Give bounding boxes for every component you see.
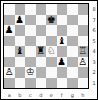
square-c2[interactable]: ♔: [25, 67, 36, 78]
file-label-b: b: [15, 91, 26, 99]
square-h2[interactable]: [78, 67, 89, 78]
file-label-a: a: [4, 91, 15, 99]
square-c7[interactable]: [25, 15, 36, 26]
square-g2[interactable]: [67, 67, 78, 78]
square-d3[interactable]: [36, 57, 47, 68]
rank-label-4: 4: [91, 46, 97, 57]
square-e6[interactable]: [46, 25, 57, 36]
square-b8[interactable]: [15, 4, 26, 15]
square-h8[interactable]: [78, 4, 89, 15]
rank-label-3: 3: [91, 57, 97, 68]
square-a5[interactable]: [4, 36, 15, 47]
file-label-h: h: [78, 91, 89, 99]
black-bishop[interactable]: ♝: [57, 36, 66, 46]
square-c8[interactable]: [25, 4, 36, 15]
square-e2[interactable]: [46, 67, 57, 78]
square-a1[interactable]: [4, 78, 15, 89]
square-c6[interactable]: [25, 25, 36, 36]
square-g5[interactable]: [67, 36, 78, 47]
black-pawn[interactable]: ♟: [57, 57, 66, 67]
square-d1[interactable]: [36, 78, 47, 89]
square-g7[interactable]: [67, 15, 78, 26]
square-f2[interactable]: [57, 67, 68, 78]
square-a3[interactable]: [4, 57, 15, 68]
square-f7[interactable]: [57, 15, 68, 26]
black-bishop[interactable]: ♝: [15, 46, 24, 56]
square-f6[interactable]: [57, 25, 68, 36]
square-h6[interactable]: [78, 25, 89, 36]
square-b4[interactable]: ♝: [15, 46, 26, 57]
square-e1[interactable]: [46, 78, 57, 89]
rank-label-6: 6: [91, 25, 97, 36]
square-a6[interactable]: ♟: [4, 25, 15, 36]
rank-label-8: 8: [91, 4, 97, 15]
square-d6[interactable]: [36, 25, 47, 36]
black-rook[interactable]: ♜: [36, 46, 45, 56]
square-h5[interactable]: [78, 36, 89, 47]
square-a2[interactable]: ♙: [4, 67, 15, 78]
file-labels: abcdefgh: [4, 91, 88, 99]
square-h3[interactable]: ♙: [78, 57, 89, 68]
square-d4[interactable]: ♜: [36, 46, 47, 57]
square-c5[interactable]: [25, 36, 36, 47]
white-knight[interactable]: ♘: [47, 46, 56, 56]
square-b6[interactable]: [15, 25, 26, 36]
square-f8[interactable]: [57, 4, 68, 15]
square-d7[interactable]: [36, 15, 47, 26]
square-e3[interactable]: [46, 57, 57, 68]
file-label-d: d: [36, 91, 47, 99]
black-king[interactable]: ♚: [47, 15, 56, 25]
square-g8[interactable]: [67, 4, 78, 15]
square-h7[interactable]: [78, 15, 89, 26]
square-d2[interactable]: [36, 67, 47, 78]
square-a8[interactable]: [4, 4, 15, 15]
rank-label-5: 5: [91, 36, 97, 47]
square-d8[interactable]: [36, 4, 47, 15]
white-king[interactable]: ♔: [26, 67, 35, 77]
white-pawn[interactable]: ♙: [78, 57, 87, 67]
black-pawn[interactable]: ♟: [15, 15, 24, 25]
square-b5[interactable]: [15, 36, 26, 47]
square-d5[interactable]: [36, 36, 47, 47]
square-f1[interactable]: [57, 78, 68, 89]
rank-labels: 87654321: [91, 4, 97, 88]
square-b3[interactable]: [15, 57, 26, 68]
square-f3[interactable]: ♟: [57, 57, 68, 68]
square-a7[interactable]: [4, 15, 15, 26]
file-label-g: g: [67, 91, 78, 99]
square-b2[interactable]: [15, 67, 26, 78]
square-g4[interactable]: [67, 46, 78, 57]
chess-diagram: ♟♚♟♝♝♜♘♖♟♙♙♔ 87654321 abcdefgh: [0, 0, 98, 100]
square-g6[interactable]: [67, 25, 78, 36]
square-f5[interactable]: ♝: [57, 36, 68, 47]
square-f4[interactable]: [57, 46, 68, 57]
white-pawn[interactable]: ♙: [5, 67, 14, 77]
square-a4[interactable]: [4, 46, 15, 57]
square-e8[interactable]: [46, 4, 57, 15]
square-b7[interactable]: ♟: [15, 15, 26, 26]
square-e5[interactable]: [46, 36, 57, 47]
square-h4[interactable]: ♖: [78, 46, 89, 57]
square-g3[interactable]: [67, 57, 78, 68]
square-c3[interactable]: [25, 57, 36, 68]
square-e7[interactable]: ♚: [46, 15, 57, 26]
rank-label-1: 1: [91, 78, 97, 89]
white-rook[interactable]: ♖: [78, 46, 87, 56]
file-label-e: e: [46, 91, 57, 99]
square-b1[interactable]: [15, 78, 26, 89]
rank-label-7: 7: [91, 15, 97, 26]
square-e4[interactable]: ♘: [46, 46, 57, 57]
chess-board: ♟♚♟♝♝♜♘♖♟♙♙♔: [3, 3, 89, 89]
file-label-c: c: [25, 91, 36, 99]
square-g1[interactable]: [67, 78, 78, 89]
file-label-f: f: [57, 91, 68, 99]
black-pawn[interactable]: ♟: [5, 25, 14, 35]
rank-label-2: 2: [91, 67, 97, 78]
square-c1[interactable]: [25, 78, 36, 89]
square-h1[interactable]: [78, 78, 89, 89]
square-c4[interactable]: [25, 46, 36, 57]
